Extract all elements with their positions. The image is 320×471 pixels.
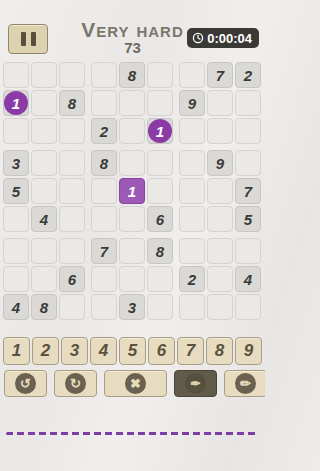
- cell-r9c3[interactable]: [59, 294, 85, 320]
- cell-r2c1[interactable]: 1: [3, 90, 29, 116]
- cell-r9c1[interactable]: 4: [3, 294, 29, 320]
- cell-r8c3[interactable]: 6: [59, 266, 85, 292]
- erase-icon: ✖: [125, 373, 146, 394]
- cell-r3c8[interactable]: [207, 118, 233, 144]
- cell-r6c8[interactable]: [207, 206, 233, 232]
- cell-r5c3[interactable]: [59, 178, 85, 204]
- cell-r8c2[interactable]: [31, 266, 57, 292]
- cell-r4c4[interactable]: 8: [91, 150, 117, 176]
- cell-r4c5[interactable]: [119, 150, 145, 176]
- cell-r2c6[interactable]: [147, 90, 173, 116]
- sudoku-board: 1882172935481697564878324: [3, 62, 261, 320]
- cell-r7c4[interactable]: 7: [91, 238, 117, 264]
- clock-icon: [192, 32, 204, 44]
- cell-r4c6[interactable]: [147, 150, 173, 176]
- cell-r1c4[interactable]: [91, 62, 117, 88]
- cell-r6c1[interactable]: [3, 206, 29, 232]
- cell-r3c3[interactable]: [59, 118, 85, 144]
- cell-r1c2[interactable]: [31, 62, 57, 88]
- pen-icon: ✒: [185, 373, 206, 394]
- cell-r7c6[interactable]: 8: [147, 238, 173, 264]
- cell-r4c9[interactable]: [235, 150, 261, 176]
- cell-r7c1[interactable]: [3, 238, 29, 264]
- cell-r7c8[interactable]: [207, 238, 233, 264]
- undo-icon: ↺: [15, 373, 36, 394]
- pencil-button[interactable]: ✏: [224, 370, 265, 397]
- box-2: 821: [91, 62, 173, 144]
- box-9: 24: [179, 238, 261, 320]
- number-keypad: 123456789: [3, 337, 262, 365]
- cell-r4c1[interactable]: 3: [3, 150, 29, 176]
- cell-r6c5[interactable]: [119, 206, 145, 232]
- box-7: 648: [3, 238, 85, 320]
- cell-r2c9[interactable]: [235, 90, 261, 116]
- box-1: 18: [3, 62, 85, 144]
- cell-r5c9[interactable]: 7: [235, 178, 261, 204]
- cell-r4c3[interactable]: [59, 150, 85, 176]
- cell-r3c7[interactable]: [179, 118, 205, 144]
- cell-r2c8[interactable]: [207, 90, 233, 116]
- key-3[interactable]: 3: [61, 337, 88, 365]
- cell-r7c3[interactable]: [59, 238, 85, 264]
- redo-button[interactable]: ↻: [54, 370, 97, 397]
- cell-r2c2[interactable]: [31, 90, 57, 116]
- cell-r9c6[interactable]: [147, 294, 173, 320]
- cell-r4c2[interactable]: [31, 150, 57, 176]
- cell-r7c9[interactable]: [235, 238, 261, 264]
- cell-r6c2[interactable]: 4: [31, 206, 57, 232]
- cell-r5c6[interactable]: [147, 178, 173, 204]
- box-3: 729: [179, 62, 261, 144]
- erase-button[interactable]: ✖: [104, 370, 167, 397]
- cell-r9c5[interactable]: 3: [119, 294, 145, 320]
- cell-r6c4[interactable]: [91, 206, 117, 232]
- cell-r9c4[interactable]: [91, 294, 117, 320]
- cell-r3c6[interactable]: 1: [147, 118, 173, 144]
- cell-r4c8[interactable]: 9: [207, 150, 233, 176]
- cell-r9c7[interactable]: [179, 294, 205, 320]
- box-8: 783: [91, 238, 173, 320]
- cell-r5c1[interactable]: 5: [3, 178, 29, 204]
- pencil-icon: ✏: [235, 373, 256, 394]
- cell-r1c8[interactable]: 7: [207, 62, 233, 88]
- timer-badge: 0:00:04: [187, 28, 259, 48]
- cell-r1c1[interactable]: [3, 62, 29, 88]
- cell-r5c7[interactable]: [179, 178, 205, 204]
- timer-value: 0:00:04: [207, 31, 252, 46]
- cell-r5c5[interactable]: 1: [119, 178, 145, 204]
- box-4: 354: [3, 150, 85, 232]
- cell-r8c9[interactable]: 4: [235, 266, 261, 292]
- key-4[interactable]: 4: [90, 337, 117, 365]
- box-5: 816: [91, 150, 173, 232]
- key-9[interactable]: 9: [235, 337, 262, 365]
- cell-r2c4[interactable]: [91, 90, 117, 116]
- cell-r5c2[interactable]: [31, 178, 57, 204]
- cell-r8c5[interactable]: [119, 266, 145, 292]
- key-6[interactable]: 6: [148, 337, 175, 365]
- cell-r9c8[interactable]: [207, 294, 233, 320]
- cell-r3c1[interactable]: [3, 118, 29, 144]
- cell-r5c8[interactable]: [207, 178, 233, 204]
- key-2[interactable]: 2: [32, 337, 59, 365]
- cell-r1c5[interactable]: 8: [119, 62, 145, 88]
- key-5[interactable]: 5: [119, 337, 146, 365]
- cell-r8c4[interactable]: [91, 266, 117, 292]
- same-number-highlight: 1: [4, 91, 28, 115]
- cell-r9c2[interactable]: 8: [31, 294, 57, 320]
- cell-r8c7[interactable]: 2: [179, 266, 205, 292]
- cell-r3c4[interactable]: 2: [91, 118, 117, 144]
- cell-r9c9[interactable]: [235, 294, 261, 320]
- cell-r1c9[interactable]: 2: [235, 62, 261, 88]
- pen-button[interactable]: ✒: [174, 370, 217, 397]
- cell-r8c6[interactable]: [147, 266, 173, 292]
- dashed-divider: [6, 432, 259, 435]
- cell-r6c7[interactable]: [179, 206, 205, 232]
- cell-r4c7[interactable]: [179, 150, 205, 176]
- undo-button[interactable]: ↺: [4, 370, 47, 397]
- cell-r6c3[interactable]: [59, 206, 85, 232]
- cell-r3c5[interactable]: [119, 118, 145, 144]
- same-number-highlight: 1: [148, 119, 172, 143]
- cell-r3c2[interactable]: [31, 118, 57, 144]
- key-8[interactable]: 8: [206, 337, 233, 365]
- key-7[interactable]: 7: [177, 337, 204, 365]
- cell-r1c7[interactable]: [179, 62, 205, 88]
- cell-r1c3[interactable]: [59, 62, 85, 88]
- cell-r7c5[interactable]: [119, 238, 145, 264]
- cell-r7c2[interactable]: [31, 238, 57, 264]
- cell-r2c5[interactable]: [119, 90, 145, 116]
- cell-r7c7[interactable]: [179, 238, 205, 264]
- cell-r1c6[interactable]: [147, 62, 173, 88]
- header: Very hard 73 0:00:04: [0, 0, 265, 62]
- cell-r2c7[interactable]: 9: [179, 90, 205, 116]
- cell-r6c6[interactable]: 6: [147, 206, 173, 232]
- cell-r5c4[interactable]: [91, 178, 117, 204]
- cell-r8c1[interactable]: [3, 266, 29, 292]
- box-6: 975: [179, 150, 261, 232]
- cell-r3c9[interactable]: [235, 118, 261, 144]
- key-1[interactable]: 1: [3, 337, 30, 365]
- redo-icon: ↻: [65, 373, 86, 394]
- cell-r8c8[interactable]: [207, 266, 233, 292]
- cell-r2c3[interactable]: 8: [59, 90, 85, 116]
- cell-r6c9[interactable]: 5: [235, 206, 261, 232]
- toolbar: ↺↻✖✒✏: [4, 370, 261, 397]
